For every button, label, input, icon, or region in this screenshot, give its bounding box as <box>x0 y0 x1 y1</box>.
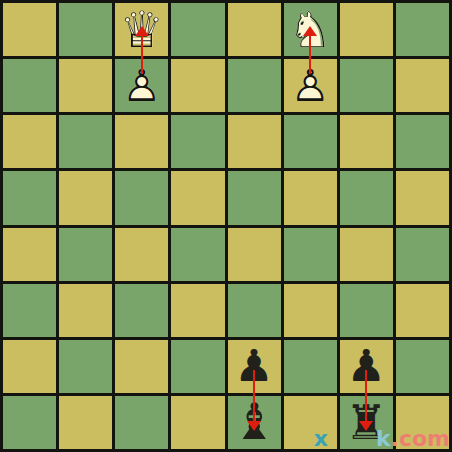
square-e7 <box>228 59 281 112</box>
watermark-domain-tld: .com <box>391 426 450 451</box>
square-f2 <box>284 340 337 393</box>
square-g5 <box>340 171 393 224</box>
square-b3 <box>59 284 112 337</box>
square-g8 <box>340 3 393 56</box>
piece-black-pawn-e2: ♟ <box>228 340 281 393</box>
square-a6 <box>3 115 56 168</box>
chess-board: ♛♕♞♘♟♙♟♙♟♟♝♜ xk.com <box>0 0 452 452</box>
watermark: xk.com <box>314 426 450 451</box>
square-b6 <box>59 115 112 168</box>
square-d2 <box>171 340 224 393</box>
square-c6 <box>115 115 168 168</box>
square-g3 <box>340 284 393 337</box>
square-d6 <box>171 115 224 168</box>
square-d5 <box>171 171 224 224</box>
piece-white-pawn-f7: ♟♙ <box>284 59 337 112</box>
square-h4 <box>396 228 449 281</box>
square-b2 <box>59 340 112 393</box>
square-g6 <box>340 115 393 168</box>
square-f6 <box>284 115 337 168</box>
white-queen-icon: ♕ <box>119 5 164 55</box>
square-c4 <box>115 228 168 281</box>
piece-white-knight-f8: ♞♘ <box>284 3 337 56</box>
black-bishop-icon: ♝ <box>232 397 277 447</box>
white-pawn-icon: ♙ <box>122 64 161 108</box>
board-grid: ♛♕♞♘♟♙♟♙♟♟♝♜ <box>0 0 452 452</box>
black-pawn-icon: ♟ <box>347 344 386 388</box>
square-e2: ♟ <box>228 340 281 393</box>
square-b1 <box>59 396 112 449</box>
square-e5 <box>228 171 281 224</box>
square-a2 <box>3 340 56 393</box>
square-d7 <box>171 59 224 112</box>
piece-black-pawn-g2: ♟ <box>340 340 393 393</box>
square-c7: ♟♙ <box>115 59 168 112</box>
square-b8 <box>59 3 112 56</box>
square-d3 <box>171 284 224 337</box>
square-e6 <box>228 115 281 168</box>
square-e3 <box>228 284 281 337</box>
square-g7 <box>340 59 393 112</box>
square-a4 <box>3 228 56 281</box>
square-b7 <box>59 59 112 112</box>
square-g4 <box>340 228 393 281</box>
black-pawn-icon: ♟ <box>234 344 273 388</box>
square-c1 <box>115 396 168 449</box>
square-e1: ♝ <box>228 396 281 449</box>
square-b4 <box>59 228 112 281</box>
square-a7 <box>3 59 56 112</box>
square-a5 <box>3 171 56 224</box>
square-a8 <box>3 3 56 56</box>
square-e4 <box>228 228 281 281</box>
watermark-suffix: k <box>376 426 391 451</box>
watermark-prefix: x <box>314 426 328 451</box>
square-f3 <box>284 284 337 337</box>
square-f5 <box>284 171 337 224</box>
white-pawn-icon: ♙ <box>290 64 329 108</box>
square-b5 <box>59 171 112 224</box>
square-f8: ♞♘ <box>284 3 337 56</box>
square-h6 <box>396 115 449 168</box>
square-d1 <box>171 396 224 449</box>
square-h2 <box>396 340 449 393</box>
square-f4 <box>284 228 337 281</box>
square-f7: ♟♙ <box>284 59 337 112</box>
square-h8 <box>396 3 449 56</box>
square-c5 <box>115 171 168 224</box>
square-e8 <box>228 3 281 56</box>
square-h3 <box>396 284 449 337</box>
square-h5 <box>396 171 449 224</box>
square-g2: ♟ <box>340 340 393 393</box>
square-c3 <box>115 284 168 337</box>
square-a3 <box>3 284 56 337</box>
square-a1 <box>3 396 56 449</box>
piece-white-pawn-c7: ♟♙ <box>115 59 168 112</box>
square-c2 <box>115 340 168 393</box>
square-d4 <box>171 228 224 281</box>
piece-white-queen-c8: ♛♕ <box>115 3 168 56</box>
square-c8: ♛♕ <box>115 3 168 56</box>
square-d8 <box>171 3 224 56</box>
square-h7 <box>396 59 449 112</box>
white-knight-icon: ♘ <box>288 5 333 55</box>
piece-black-bishop-e1: ♝ <box>228 396 281 449</box>
